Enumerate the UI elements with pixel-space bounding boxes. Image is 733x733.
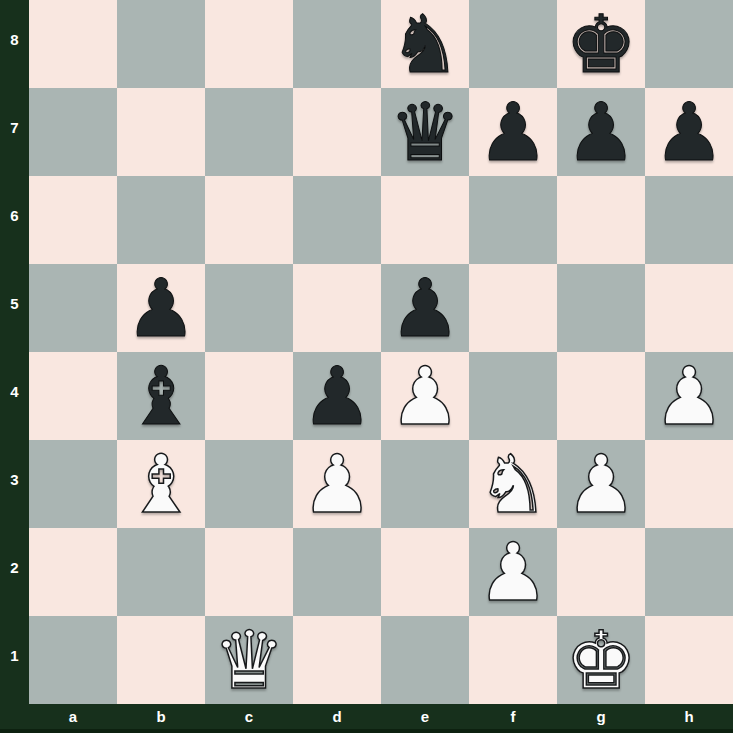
square-e2[interactable] (381, 528, 469, 616)
square-f2[interactable]: ♟ (469, 528, 557, 616)
rank-labels: 87654321 (0, 0, 29, 704)
square-b8[interactable] (117, 0, 205, 88)
square-e5[interactable]: ♟ (381, 264, 469, 352)
square-e8[interactable]: ♞ (381, 0, 469, 88)
square-b6[interactable] (117, 176, 205, 264)
square-g6[interactable] (557, 176, 645, 264)
rank-label-6: 6 (0, 176, 29, 264)
square-a4[interactable] (29, 352, 117, 440)
white-pawn-e4[interactable]: ♟ (389, 357, 461, 437)
square-c5[interactable] (205, 264, 293, 352)
black-queen-e7[interactable]: ♛ (389, 93, 461, 173)
square-g8[interactable]: ♚ (557, 0, 645, 88)
rank-label-3: 3 (0, 440, 29, 528)
square-e4[interactable]: ♟ (381, 352, 469, 440)
white-pawn-g3[interactable]: ♟ (565, 445, 637, 525)
black-pawn-e5[interactable]: ♟ (389, 269, 461, 349)
square-h8[interactable] (645, 0, 733, 88)
square-c2[interactable] (205, 528, 293, 616)
square-g7[interactable]: ♟ (557, 88, 645, 176)
square-g4[interactable] (557, 352, 645, 440)
square-h5[interactable] (645, 264, 733, 352)
square-a1[interactable] (29, 616, 117, 704)
rank-label-7: 7 (0, 88, 29, 176)
square-h6[interactable] (645, 176, 733, 264)
square-d6[interactable] (293, 176, 381, 264)
rank-label-2: 2 (0, 528, 29, 616)
square-a5[interactable] (29, 264, 117, 352)
square-f8[interactable] (469, 0, 557, 88)
white-bishop-b3[interactable]: ♝ (125, 445, 197, 525)
square-c7[interactable] (205, 88, 293, 176)
square-f4[interactable] (469, 352, 557, 440)
square-d8[interactable] (293, 0, 381, 88)
black-pawn-g7[interactable]: ♟ (565, 93, 637, 173)
square-c4[interactable] (205, 352, 293, 440)
black-bishop-b4[interactable]: ♝ (125, 357, 197, 437)
square-a6[interactable] (29, 176, 117, 264)
square-h3[interactable] (645, 440, 733, 528)
square-f1[interactable] (469, 616, 557, 704)
square-h4[interactable]: ♟ (645, 352, 733, 440)
white-pawn-f2[interactable]: ♟ (477, 533, 549, 613)
rank-label-1: 1 (0, 616, 29, 704)
square-g5[interactable] (557, 264, 645, 352)
square-c8[interactable] (205, 0, 293, 88)
square-a7[interactable] (29, 88, 117, 176)
black-king-g8[interactable]: ♚ (565, 5, 637, 85)
square-g1[interactable]: ♚ (557, 616, 645, 704)
white-king-g1[interactable]: ♚ (565, 621, 637, 701)
square-a8[interactable] (29, 0, 117, 88)
square-f7[interactable]: ♟ (469, 88, 557, 176)
square-d1[interactable] (293, 616, 381, 704)
white-queen-c1[interactable]: ♛ (213, 621, 285, 701)
black-pawn-d4[interactable]: ♟ (301, 357, 373, 437)
rank-label-4: 4 (0, 352, 29, 440)
square-b3[interactable]: ♝ (117, 440, 205, 528)
square-f6[interactable] (469, 176, 557, 264)
square-c1[interactable]: ♛ (205, 616, 293, 704)
square-b5[interactable]: ♟ (117, 264, 205, 352)
square-b1[interactable] (117, 616, 205, 704)
square-h1[interactable] (645, 616, 733, 704)
square-d5[interactable] (293, 264, 381, 352)
rank-label-5: 5 (0, 264, 29, 352)
square-a2[interactable] (29, 528, 117, 616)
square-d2[interactable] (293, 528, 381, 616)
square-c6[interactable] (205, 176, 293, 264)
square-g3[interactable]: ♟ (557, 440, 645, 528)
square-f3[interactable]: ♞ (469, 440, 557, 528)
black-pawn-b5[interactable]: ♟ (125, 269, 197, 349)
white-pawn-d3[interactable]: ♟ (301, 445, 373, 525)
square-c3[interactable] (205, 440, 293, 528)
white-pawn-h4[interactable]: ♟ (653, 357, 725, 437)
square-b4[interactable]: ♝ (117, 352, 205, 440)
black-pawn-h7[interactable]: ♟ (653, 93, 725, 173)
square-d7[interactable] (293, 88, 381, 176)
square-d4[interactable]: ♟ (293, 352, 381, 440)
square-e6[interactable] (381, 176, 469, 264)
white-knight-f3[interactable]: ♞ (477, 445, 549, 525)
square-h7[interactable]: ♟ (645, 88, 733, 176)
chessboard-frame: 87654321 ♞♚♛♟♟♟♟♟♝♟♟♟♝♟♞♟♟♛♚ abcdefgh (0, 0, 733, 733)
frame-bottom-edge (0, 729, 733, 733)
square-h2[interactable] (645, 528, 733, 616)
square-d3[interactable]: ♟ (293, 440, 381, 528)
black-pawn-f7[interactable]: ♟ (477, 93, 549, 173)
square-f5[interactable] (469, 264, 557, 352)
rank-label-8: 8 (0, 0, 29, 88)
square-b2[interactable] (117, 528, 205, 616)
square-e3[interactable] (381, 440, 469, 528)
square-g2[interactable] (557, 528, 645, 616)
square-b7[interactable] (117, 88, 205, 176)
black-knight-e8[interactable]: ♞ (389, 5, 461, 85)
square-a3[interactable] (29, 440, 117, 528)
square-e1[interactable] (381, 616, 469, 704)
square-e7[interactable]: ♛ (381, 88, 469, 176)
board: ♞♚♛♟♟♟♟♟♝♟♟♟♝♟♞♟♟♛♚ (29, 0, 733, 704)
